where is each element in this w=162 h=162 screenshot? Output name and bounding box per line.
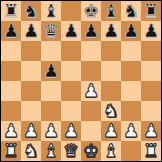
square-f4[interactable] [101,81,121,101]
square-e7[interactable]: ♟ [81,21,101,41]
square-h6[interactable] [141,41,161,61]
square-h4[interactable] [141,81,161,101]
square-f5[interactable] [101,61,121,81]
square-e3[interactable] [81,101,101,121]
square-h3[interactable] [141,101,161,121]
white-pawn[interactable]: ♟ [63,121,79,141]
square-a2[interactable]: ♟ [1,121,21,141]
black-bishop[interactable]: ♝ [43,1,59,21]
square-a3[interactable] [1,101,21,121]
square-e4[interactable]: ♟ [81,81,101,101]
white-king[interactable]: ♚ [83,141,99,161]
square-d7[interactable]: ♟ [61,21,81,41]
square-c1[interactable]: ♝ [41,141,61,161]
square-e1[interactable]: ♚ [81,141,101,161]
square-f8[interactable]: ♝ [101,1,121,21]
square-b7[interactable]: ♟ [21,21,41,41]
square-d1[interactable]: ♛ [61,141,81,161]
black-king[interactable]: ♚ [83,1,99,21]
square-h8[interactable]: ♜ [141,1,161,21]
square-f7[interactable]: ♟ [101,21,121,41]
black-bishop[interactable]: ♝ [103,1,119,21]
square-g5[interactable] [121,61,141,81]
square-c6[interactable] [41,41,61,61]
square-h2[interactable]: ♟ [141,121,161,141]
white-bishop[interactable]: ♝ [103,141,119,161]
black-pawn[interactable]: ♟ [143,21,159,41]
square-h5[interactable] [141,61,161,81]
square-b3[interactable] [21,101,41,121]
square-f3[interactable]: ♞ [101,101,121,121]
chess-board: ♜♞♝♚♝♞♜♟♟♛♟♟♟♟♟♟♟♞♟♟♟♟♟♟♟♜♞♝♛♚♝♜ [0,0,162,162]
square-c2[interactable]: ♟ [41,121,61,141]
square-c7[interactable]: ♛ [41,21,61,41]
square-e2[interactable] [81,121,101,141]
square-d2[interactable]: ♟ [61,121,81,141]
square-b1[interactable]: ♞ [21,141,41,161]
square-d3[interactable] [61,101,81,121]
square-g2[interactable]: ♟ [121,121,141,141]
square-f6[interactable] [101,41,121,61]
white-queen[interactable]: ♛ [63,141,79,161]
black-pawn[interactable]: ♟ [43,61,59,81]
white-pawn[interactable]: ♟ [123,121,139,141]
square-b4[interactable] [21,81,41,101]
square-g7[interactable]: ♟ [121,21,141,41]
square-d4[interactable] [61,81,81,101]
square-a6[interactable] [1,41,21,61]
square-b8[interactable]: ♞ [21,1,41,21]
square-d8[interactable] [61,1,81,21]
square-g6[interactable] [121,41,141,61]
square-c3[interactable] [41,101,61,121]
black-pawn[interactable]: ♟ [23,21,39,41]
square-b2[interactable]: ♟ [21,121,41,141]
square-c5[interactable]: ♟ [41,61,61,81]
square-g3[interactable] [121,101,141,121]
white-pawn[interactable]: ♟ [103,121,119,141]
square-g4[interactable] [121,81,141,101]
square-e6[interactable] [81,41,101,61]
white-knight[interactable]: ♞ [103,101,119,121]
black-pawn[interactable]: ♟ [123,21,139,41]
black-pawn[interactable]: ♟ [83,21,99,41]
square-a8[interactable]: ♜ [1,1,21,21]
black-knight[interactable]: ♞ [23,1,39,21]
square-a5[interactable] [1,61,21,81]
black-rook[interactable]: ♜ [3,1,19,21]
square-f1[interactable]: ♝ [101,141,121,161]
square-d5[interactable] [61,61,81,81]
square-b6[interactable] [21,41,41,61]
white-knight[interactable]: ♞ [23,141,39,161]
white-pawn[interactable]: ♟ [143,121,159,141]
white-rook[interactable]: ♜ [143,141,159,161]
white-pawn[interactable]: ♟ [83,81,99,101]
square-e5[interactable] [81,61,101,81]
square-h7[interactable]: ♟ [141,21,161,41]
white-rook[interactable]: ♜ [3,141,19,161]
square-b5[interactable] [21,61,41,81]
black-pawn[interactable]: ♟ [63,21,79,41]
square-c4[interactable] [41,81,61,101]
square-g1[interactable] [121,141,141,161]
square-f2[interactable]: ♟ [101,121,121,141]
black-rook[interactable]: ♜ [143,1,159,21]
square-a4[interactable] [1,81,21,101]
square-a1[interactable]: ♜ [1,141,21,161]
black-pawn[interactable]: ♟ [103,21,119,41]
black-pawn[interactable]: ♟ [3,21,19,41]
white-pawn[interactable]: ♟ [3,121,19,141]
square-c8[interactable]: ♝ [41,1,61,21]
black-queen[interactable]: ♛ [43,21,59,41]
white-pawn[interactable]: ♟ [23,121,39,141]
square-a7[interactable]: ♟ [1,21,21,41]
square-h1[interactable]: ♜ [141,141,161,161]
white-pawn[interactable]: ♟ [43,121,59,141]
white-bishop[interactable]: ♝ [43,141,59,161]
square-d6[interactable] [61,41,81,61]
black-knight[interactable]: ♞ [123,1,139,21]
square-g8[interactable]: ♞ [121,1,141,21]
square-e8[interactable]: ♚ [81,1,101,21]
